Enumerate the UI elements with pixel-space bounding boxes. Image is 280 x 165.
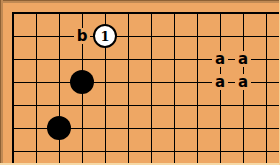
point-label-a: a [235,51,251,67]
grid-line-vertical [174,12,175,165]
grid-line-vertical [266,12,267,165]
grid-line-vertical [197,12,198,165]
board-frame-bottom [0,163,280,165]
board-frame-top-inner [0,1,280,3]
point-label-b: b [74,28,90,44]
grid-line-vertical [151,12,152,165]
go-board-diagram: 1baaaa [0,0,280,165]
board-frame-right [279,0,280,165]
point-label-a: a [212,51,228,67]
grid-line-horizontal [12,105,280,106]
grid-line-horizontal [12,12,280,14]
board-frame-left-inner [1,0,3,165]
grid-line-horizontal [12,36,280,37]
black-stone [47,116,71,140]
grid-line-vertical [12,12,14,165]
black-stone [70,70,94,94]
grid-line-vertical [36,12,37,165]
point-label-a: a [212,74,228,90]
grid-line-horizontal [12,151,280,152]
grid-line-vertical [59,12,60,165]
grid-line-vertical [128,12,129,165]
point-label-a: a [235,74,251,90]
white-stone-move-1: 1 [93,24,117,48]
